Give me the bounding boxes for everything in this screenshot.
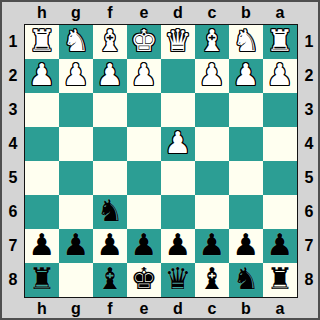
rank-label: 2 (298, 59, 320, 93)
square-e4[interactable] (127, 127, 161, 161)
square-b3[interactable] (229, 93, 263, 127)
black-pawn[interactable]: ♟ (267, 230, 294, 260)
square-c7[interactable]: ♟ (195, 229, 229, 263)
square-g4[interactable] (59, 127, 93, 161)
white-knight[interactable]: ♞ (63, 26, 90, 56)
white-pawn[interactable]: ♟ (233, 60, 260, 90)
square-e2[interactable]: ♟ (127, 59, 161, 93)
rank-label: 3 (2, 93, 24, 127)
file-label: b (229, 2, 263, 24)
black-rook[interactable]: ♜ (29, 264, 56, 294)
white-pawn[interactable]: ♟ (131, 60, 158, 90)
black-pawn[interactable]: ♟ (97, 230, 124, 260)
file-label: h (25, 2, 59, 24)
square-h7[interactable]: ♟ (25, 229, 59, 263)
square-g7[interactable]: ♟ (59, 229, 93, 263)
square-d8[interactable]: ♛ (161, 263, 195, 297)
black-queen[interactable]: ♛ (165, 264, 192, 294)
rank-label: 1 (2, 25, 24, 59)
black-pawn[interactable]: ♟ (131, 230, 158, 260)
file-label: f (93, 298, 127, 320)
black-pawn[interactable]: ♟ (29, 230, 56, 260)
file-label: a (263, 298, 297, 320)
square-d3[interactable] (161, 93, 195, 127)
black-king[interactable]: ♚ (131, 264, 158, 294)
file-label: e (127, 298, 161, 320)
square-c8[interactable]: ♝ (195, 263, 229, 297)
rank-label: 4 (2, 127, 24, 161)
file-label: d (161, 2, 195, 24)
file-label: g (59, 298, 93, 320)
rank-label: 4 (298, 127, 320, 161)
black-bishop[interactable]: ♝ (199, 264, 226, 294)
square-b4[interactable] (229, 127, 263, 161)
rank-label: 7 (298, 229, 320, 263)
square-h6[interactable] (25, 195, 59, 229)
white-rook[interactable]: ♜ (29, 26, 56, 56)
square-a8[interactable]: ♜ (263, 263, 297, 297)
square-h8[interactable]: ♜ (25, 263, 59, 297)
square-c1[interactable]: ♝ (195, 25, 229, 59)
square-c4[interactable] (195, 127, 229, 161)
square-d2[interactable] (161, 59, 195, 93)
white-pawn[interactable]: ♟ (199, 60, 226, 90)
black-rook[interactable]: ♜ (267, 264, 294, 294)
square-c3[interactable] (195, 93, 229, 127)
square-f5[interactable] (93, 161, 127, 195)
chess-board: ♜♞♝♚♛♝♞♜♟♟♟♟♟♟♟♟♞♟♟♟♟♟♟♟♟♜♝♚♛♝♞♜ (24, 24, 298, 298)
square-d1[interactable]: ♛ (161, 25, 195, 59)
rank-label: 5 (298, 161, 320, 195)
square-e7[interactable]: ♟ (127, 229, 161, 263)
rank-label: 3 (298, 93, 320, 127)
square-d7[interactable]: ♟ (161, 229, 195, 263)
rank-label: 2 (2, 59, 24, 93)
square-f4[interactable] (93, 127, 127, 161)
file-label: b (229, 298, 263, 320)
square-f6[interactable]: ♞ (93, 195, 127, 229)
square-a5[interactable] (263, 161, 297, 195)
square-g3[interactable] (59, 93, 93, 127)
square-b5[interactable] (229, 161, 263, 195)
white-pawn[interactable]: ♟ (97, 60, 124, 90)
square-d4[interactable]: ♟ (161, 127, 195, 161)
square-e6[interactable] (127, 195, 161, 229)
square-a4[interactable] (263, 127, 297, 161)
black-knight[interactable]: ♞ (97, 196, 124, 226)
square-c6[interactable] (195, 195, 229, 229)
square-c2[interactable]: ♟ (195, 59, 229, 93)
square-b8[interactable]: ♞ (229, 263, 263, 297)
square-h5[interactable] (25, 161, 59, 195)
black-pawn[interactable]: ♟ (63, 230, 90, 260)
square-f7[interactable]: ♟ (93, 229, 127, 263)
square-a3[interactable] (263, 93, 297, 127)
square-h3[interactable] (25, 93, 59, 127)
black-pawn[interactable]: ♟ (199, 230, 226, 260)
rank-labels-left: 12345678 (2, 24, 24, 298)
square-b1[interactable]: ♞ (229, 25, 263, 59)
square-a1[interactable]: ♜ (263, 25, 297, 59)
square-e5[interactable] (127, 161, 161, 195)
rank-label: 7 (2, 229, 24, 263)
file-label: c (195, 2, 229, 24)
square-b6[interactable] (229, 195, 263, 229)
square-f8[interactable]: ♝ (93, 263, 127, 297)
white-knight[interactable]: ♞ (233, 26, 260, 56)
square-g5[interactable] (59, 161, 93, 195)
square-d6[interactable] (161, 195, 195, 229)
white-pawn[interactable]: ♟ (63, 60, 90, 90)
square-g8[interactable] (59, 263, 93, 297)
square-h4[interactable] (25, 127, 59, 161)
black-knight[interactable]: ♞ (233, 264, 260, 294)
rank-label: 6 (298, 195, 320, 229)
board-frame: hgfedcba 12345678 12345678 hgfedcba ♜♞♝♚… (0, 0, 320, 320)
square-f3[interactable] (93, 93, 127, 127)
square-g2[interactable]: ♟ (59, 59, 93, 93)
square-h2[interactable]: ♟ (25, 59, 59, 93)
square-e3[interactable] (127, 93, 161, 127)
square-b2[interactable]: ♟ (229, 59, 263, 93)
file-labels-bottom: hgfedcba (24, 298, 298, 320)
square-f1[interactable]: ♝ (93, 25, 127, 59)
square-e8[interactable]: ♚ (127, 263, 161, 297)
file-label: h (25, 298, 59, 320)
white-rook[interactable]: ♜ (267, 26, 294, 56)
square-g1[interactable]: ♞ (59, 25, 93, 59)
square-a2[interactable]: ♟ (263, 59, 297, 93)
rank-label: 6 (2, 195, 24, 229)
square-c5[interactable] (195, 161, 229, 195)
white-bishop[interactable]: ♝ (199, 26, 226, 56)
file-label: d (161, 298, 195, 320)
rank-label: 5 (2, 161, 24, 195)
square-e1[interactable]: ♚ (127, 25, 161, 59)
square-a6[interactable] (263, 195, 297, 229)
rank-label: 1 (298, 25, 320, 59)
file-label: f (93, 2, 127, 24)
white-queen[interactable]: ♛ (165, 26, 192, 56)
square-f2[interactable]: ♟ (93, 59, 127, 93)
square-a7[interactable]: ♟ (263, 229, 297, 263)
file-labels-top: hgfedcba (24, 2, 298, 24)
black-pawn[interactable]: ♟ (233, 230, 260, 260)
square-g6[interactable] (59, 195, 93, 229)
white-bishop[interactable]: ♝ (97, 26, 124, 56)
square-h1[interactable]: ♜ (25, 25, 59, 59)
white-king[interactable]: ♚ (131, 26, 158, 56)
rank-labels-right: 12345678 (298, 24, 320, 298)
file-label: e (127, 2, 161, 24)
white-pawn[interactable]: ♟ (165, 128, 192, 158)
black-bishop[interactable]: ♝ (97, 264, 124, 294)
white-pawn[interactable]: ♟ (29, 60, 56, 90)
rank-label: 8 (2, 263, 24, 297)
white-pawn[interactable]: ♟ (267, 60, 294, 90)
black-pawn[interactable]: ♟ (165, 230, 192, 260)
square-d5[interactable] (161, 161, 195, 195)
file-label: c (195, 298, 229, 320)
file-label: g (59, 2, 93, 24)
file-label: a (263, 2, 297, 24)
rank-label: 8 (298, 263, 320, 297)
square-b7[interactable]: ♟ (229, 229, 263, 263)
